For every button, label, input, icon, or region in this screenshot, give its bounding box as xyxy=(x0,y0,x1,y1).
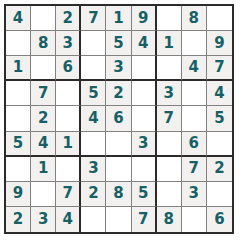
cell-r9c3[interactable]: 4 xyxy=(56,207,81,232)
cell-r4c3[interactable] xyxy=(56,81,81,106)
cell-r8c9[interactable] xyxy=(207,182,232,207)
cell-r3c3[interactable]: 6 xyxy=(56,56,81,81)
cell-r6c4[interactable] xyxy=(81,132,106,157)
cell-r7c3[interactable] xyxy=(56,157,81,182)
cell-r9c6[interactable]: 7 xyxy=(132,207,157,232)
cell-r8c4[interactable]: 2 xyxy=(81,182,106,207)
cell-r2c9[interactable]: 9 xyxy=(207,31,232,56)
cell-r7c9[interactable]: 2 xyxy=(207,157,232,182)
cell-r4c7[interactable]: 3 xyxy=(157,81,182,106)
cell-r6c3[interactable]: 1 xyxy=(56,132,81,157)
cell-r3c7[interactable] xyxy=(157,56,182,81)
cell-r4c2[interactable]: 7 xyxy=(31,81,56,106)
cell-r5c7[interactable]: 7 xyxy=(157,106,182,131)
cell-r1c9[interactable] xyxy=(207,6,232,31)
cell-r2c4[interactable] xyxy=(81,31,106,56)
cell-r6c8[interactable]: 6 xyxy=(182,132,207,157)
cell-r7c5[interactable] xyxy=(106,157,131,182)
cell-r9c9[interactable]: 6 xyxy=(207,207,232,232)
cell-r9c5[interactable] xyxy=(106,207,131,232)
cell-r9c1[interactable]: 2 xyxy=(6,207,31,232)
cell-r3c5[interactable]: 3 xyxy=(106,56,131,81)
cell-r3c6[interactable] xyxy=(132,56,157,81)
cell-r4c8[interactable] xyxy=(182,81,207,106)
cell-r2c6[interactable]: 4 xyxy=(132,31,157,56)
cell-r6c1[interactable]: 5 xyxy=(6,132,31,157)
cell-r8c6[interactable]: 5 xyxy=(132,182,157,207)
cell-r5c8[interactable] xyxy=(182,106,207,131)
cell-r3c8[interactable]: 4 xyxy=(182,56,207,81)
cell-r8c3[interactable]: 7 xyxy=(56,182,81,207)
cell-r3c4[interactable] xyxy=(81,56,106,81)
cell-r4c9[interactable]: 4 xyxy=(207,81,232,106)
cell-r7c1[interactable] xyxy=(6,157,31,182)
cell-r9c7[interactable]: 8 xyxy=(157,207,182,232)
cell-r5c1[interactable] xyxy=(6,106,31,131)
cell-r1c2[interactable] xyxy=(31,6,56,31)
cell-r6c2[interactable]: 4 xyxy=(31,132,56,157)
cell-r3c2[interactable] xyxy=(31,56,56,81)
cell-r5c2[interactable]: 2 xyxy=(31,106,56,131)
cell-r1c5[interactable]: 1 xyxy=(106,6,131,31)
cell-r5c3[interactable] xyxy=(56,106,81,131)
cell-r8c2[interactable] xyxy=(31,182,56,207)
cell-r8c1[interactable]: 9 xyxy=(6,182,31,207)
cell-r2c8[interactable] xyxy=(182,31,207,56)
cell-r9c4[interactable] xyxy=(81,207,106,232)
cell-r4c6[interactable] xyxy=(132,81,157,106)
cell-r4c5[interactable]: 2 xyxy=(106,81,131,106)
cell-r1c8[interactable]: 8 xyxy=(182,6,207,31)
cell-r1c3[interactable]: 2 xyxy=(56,6,81,31)
cell-r1c1[interactable]: 4 xyxy=(6,6,31,31)
cell-r1c4[interactable]: 7 xyxy=(81,6,106,31)
cell-r7c6[interactable] xyxy=(132,157,157,182)
cell-r8c5[interactable]: 8 xyxy=(106,182,131,207)
cell-r3c1[interactable]: 1 xyxy=(6,56,31,81)
cell-r1c6[interactable]: 9 xyxy=(132,6,157,31)
cell-r2c5[interactable]: 5 xyxy=(106,31,131,56)
cell-r5c4[interactable]: 4 xyxy=(81,106,106,131)
cell-r7c8[interactable]: 7 xyxy=(182,157,207,182)
cell-r7c7[interactable] xyxy=(157,157,182,182)
cell-r8c7[interactable] xyxy=(157,182,182,207)
cell-r5c9[interactable]: 5 xyxy=(207,106,232,131)
cell-r6c9[interactable] xyxy=(207,132,232,157)
cell-r2c7[interactable]: 1 xyxy=(157,31,182,56)
cell-r2c2[interactable]: 8 xyxy=(31,31,56,56)
sudoku-board: 4271988354191634775234246755413613729728… xyxy=(4,4,234,234)
cell-r8c8[interactable]: 3 xyxy=(182,182,207,207)
cell-r6c5[interactable] xyxy=(106,132,131,157)
cell-r6c7[interactable] xyxy=(157,132,182,157)
cell-r5c5[interactable]: 6 xyxy=(106,106,131,131)
cell-r4c1[interactable] xyxy=(6,81,31,106)
cell-r6c6[interactable]: 3 xyxy=(132,132,157,157)
cell-r5c6[interactable] xyxy=(132,106,157,131)
cell-r4c4[interactable]: 5 xyxy=(81,81,106,106)
cell-r9c2[interactable]: 3 xyxy=(31,207,56,232)
cell-r7c4[interactable]: 3 xyxy=(81,157,106,182)
cell-r7c2[interactable]: 1 xyxy=(31,157,56,182)
cell-r2c1[interactable] xyxy=(6,31,31,56)
cell-r1c7[interactable] xyxy=(157,6,182,31)
cell-r2c3[interactable]: 3 xyxy=(56,31,81,56)
cell-r3c9[interactable]: 7 xyxy=(207,56,232,81)
cell-r9c8[interactable] xyxy=(182,207,207,232)
